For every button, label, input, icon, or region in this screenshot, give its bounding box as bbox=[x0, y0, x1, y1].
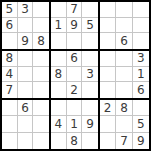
sudoku-cell-r1c7[interactable] bbox=[100, 2, 116, 18]
sudoku-cell-r3c6[interactable] bbox=[82, 33, 98, 49]
sudoku-cell-r1c3[interactable] bbox=[33, 2, 49, 18]
sudoku-cell-r5c6[interactable]: 3 bbox=[82, 67, 98, 83]
sudoku-cell-r6c8[interactable] bbox=[116, 82, 132, 98]
sudoku-cell-r6c3[interactable] bbox=[33, 82, 49, 98]
sudoku-cell-r7c8[interactable]: 8 bbox=[116, 100, 132, 116]
sudoku-box-r1c3: 6 bbox=[100, 2, 149, 51]
sudoku-cell-r5c3[interactable] bbox=[33, 67, 49, 83]
sudoku-cell-r9c7[interactable] bbox=[100, 133, 116, 149]
sudoku-cell-r7c6[interactable] bbox=[82, 100, 98, 116]
sudoku-cell-r4c9[interactable]: 3 bbox=[133, 51, 149, 67]
sudoku-cell-r3c1[interactable] bbox=[2, 33, 18, 49]
sudoku-cell-r6c7[interactable] bbox=[100, 82, 116, 98]
sudoku-board: 536987195684768323166419828579 bbox=[0, 0, 151, 151]
sudoku-cell-r2c8[interactable] bbox=[116, 18, 132, 34]
sudoku-cell-r2c9[interactable] bbox=[133, 18, 149, 34]
sudoku-cell-r7c4[interactable] bbox=[51, 100, 67, 116]
sudoku-cell-r7c1[interactable] bbox=[2, 100, 18, 116]
sudoku-box-r3c2: 4198 bbox=[51, 100, 100, 149]
sudoku-cell-r1c2[interactable]: 3 bbox=[18, 2, 34, 18]
sudoku-cell-r5c9[interactable]: 1 bbox=[133, 67, 149, 83]
sudoku-cell-r3c5[interactable] bbox=[67, 33, 83, 49]
sudoku-cell-r9c9[interactable]: 9 bbox=[133, 133, 149, 149]
sudoku-cell-r7c2[interactable]: 6 bbox=[18, 100, 34, 116]
sudoku-cell-r8c8[interactable] bbox=[116, 116, 132, 132]
sudoku-cell-r2c2[interactable] bbox=[18, 18, 34, 34]
sudoku-cell-r3c2[interactable]: 9 bbox=[18, 33, 34, 49]
sudoku-cell-r8c5[interactable]: 1 bbox=[67, 116, 83, 132]
sudoku-cell-r6c4[interactable] bbox=[51, 82, 67, 98]
sudoku-cell-r7c3[interactable] bbox=[33, 100, 49, 116]
sudoku-cell-r9c4[interactable] bbox=[51, 133, 67, 149]
sudoku-cell-r9c2[interactable] bbox=[18, 133, 34, 149]
sudoku-cell-r1c6[interactable] bbox=[82, 2, 98, 18]
sudoku-cell-r1c5[interactable]: 7 bbox=[67, 2, 83, 18]
sudoku-cell-r3c9[interactable] bbox=[133, 33, 149, 49]
sudoku-cell-r6c1[interactable]: 7 bbox=[2, 82, 18, 98]
sudoku-cell-r3c7[interactable] bbox=[100, 33, 116, 49]
sudoku-cell-r7c5[interactable] bbox=[67, 100, 83, 116]
sudoku-cell-r1c8[interactable] bbox=[116, 2, 132, 18]
sudoku-cell-r4c1[interactable]: 8 bbox=[2, 51, 18, 67]
sudoku-box-r3c3: 28579 bbox=[100, 100, 149, 149]
sudoku-cell-r2c7[interactable] bbox=[100, 18, 116, 34]
sudoku-cell-r7c9[interactable] bbox=[133, 100, 149, 116]
sudoku-cell-r5c5[interactable] bbox=[67, 67, 83, 83]
sudoku-cell-r4c4[interactable] bbox=[51, 51, 67, 67]
sudoku-cell-r3c3[interactable]: 8 bbox=[33, 33, 49, 49]
sudoku-cell-r2c3[interactable] bbox=[33, 18, 49, 34]
sudoku-cell-r4c8[interactable] bbox=[116, 51, 132, 67]
sudoku-cell-r5c7[interactable] bbox=[100, 67, 116, 83]
sudoku-cell-r8c3[interactable] bbox=[33, 116, 49, 132]
sudoku-cell-r6c5[interactable]: 2 bbox=[67, 82, 83, 98]
sudoku-cell-r8c4[interactable]: 4 bbox=[51, 116, 67, 132]
sudoku-box-r2c2: 6832 bbox=[51, 51, 100, 100]
sudoku-cell-r5c8[interactable] bbox=[116, 67, 132, 83]
sudoku-cell-r4c3[interactable] bbox=[33, 51, 49, 67]
sudoku-box-r3c1: 6 bbox=[2, 100, 51, 149]
sudoku-puzzle: 536987195684768323166419828579 bbox=[0, 0, 151, 151]
sudoku-cell-r2c4[interactable]: 1 bbox=[51, 18, 67, 34]
sudoku-box-r2c3: 316 bbox=[100, 51, 149, 100]
sudoku-cell-r2c1[interactable]: 6 bbox=[2, 18, 18, 34]
sudoku-box-r2c1: 847 bbox=[2, 51, 51, 100]
sudoku-cell-r9c3[interactable] bbox=[33, 133, 49, 149]
sudoku-box-r1c2: 7195 bbox=[51, 2, 100, 51]
sudoku-cell-r8c9[interactable]: 5 bbox=[133, 116, 149, 132]
sudoku-cell-r4c6[interactable] bbox=[82, 51, 98, 67]
sudoku-cell-r5c1[interactable]: 4 bbox=[2, 67, 18, 83]
sudoku-cell-r8c6[interactable]: 9 bbox=[82, 116, 98, 132]
sudoku-cell-r2c6[interactable]: 5 bbox=[82, 18, 98, 34]
sudoku-cell-r6c6[interactable] bbox=[82, 82, 98, 98]
sudoku-cell-r2c5[interactable]: 9 bbox=[67, 18, 83, 34]
sudoku-cell-r8c2[interactable] bbox=[18, 116, 34, 132]
sudoku-cell-r6c2[interactable] bbox=[18, 82, 34, 98]
sudoku-cell-r1c4[interactable] bbox=[51, 2, 67, 18]
sudoku-cell-r8c1[interactable] bbox=[2, 116, 18, 132]
sudoku-box-r1c1: 53698 bbox=[2, 2, 51, 51]
sudoku-cell-r3c8[interactable]: 6 bbox=[116, 33, 132, 49]
sudoku-cell-r9c6[interactable] bbox=[82, 133, 98, 149]
sudoku-cell-r9c8[interactable]: 7 bbox=[116, 133, 132, 149]
sudoku-cell-r1c9[interactable] bbox=[133, 2, 149, 18]
sudoku-cell-r4c2[interactable] bbox=[18, 51, 34, 67]
sudoku-cell-r4c5[interactable]: 6 bbox=[67, 51, 83, 67]
sudoku-cell-r5c4[interactable]: 8 bbox=[51, 67, 67, 83]
sudoku-cell-r9c5[interactable]: 8 bbox=[67, 133, 83, 149]
sudoku-cell-r9c1[interactable] bbox=[2, 133, 18, 149]
sudoku-cell-r4c7[interactable] bbox=[100, 51, 116, 67]
sudoku-cell-r3c4[interactable] bbox=[51, 33, 67, 49]
sudoku-cell-r7c7[interactable]: 2 bbox=[100, 100, 116, 116]
sudoku-cell-r6c9[interactable]: 6 bbox=[133, 82, 149, 98]
sudoku-cell-r5c2[interactable] bbox=[18, 67, 34, 83]
sudoku-cell-r8c7[interactable] bbox=[100, 116, 116, 132]
sudoku-cell-r1c1[interactable]: 5 bbox=[2, 2, 18, 18]
